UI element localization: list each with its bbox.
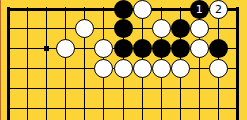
white-stone (190, 39, 209, 58)
white-stone (190, 19, 209, 38)
grid-line-vertical (27, 7, 28, 120)
black-stone (114, 0, 133, 19)
black-stone (114, 39, 133, 58)
white-stone (114, 59, 133, 78)
black-stone (152, 39, 171, 58)
move-number-label: 2 (215, 3, 222, 14)
grid-line-horizontal (8, 108, 238, 109)
white-stone (133, 59, 152, 78)
white-stone (94, 39, 113, 58)
black-stone (171, 19, 190, 38)
white-stone (171, 59, 190, 78)
white-stone (209, 59, 228, 78)
go-board[interactable]: 12 (0, 0, 247, 120)
move-1-black-stone: 1 (190, 0, 209, 19)
white-stone (152, 59, 171, 78)
white-stone (75, 19, 94, 38)
grid-line-vertical (46, 7, 47, 120)
black-stone (133, 39, 152, 58)
white-stone (133, 0, 152, 19)
black-stone (114, 19, 133, 38)
board-edge-line-vertical (236, 7, 239, 120)
white-stone (152, 19, 171, 38)
move-number-label: 1 (196, 3, 203, 14)
white-stone (56, 39, 75, 58)
black-stone (171, 39, 190, 58)
white-stone (94, 59, 113, 78)
board-edge-line-vertical (7, 7, 10, 120)
grid-line-vertical (65, 7, 66, 120)
go-diagram: 12 (0, 0, 247, 120)
move-2-white-stone: 2 (209, 0, 228, 19)
star-point (44, 46, 49, 51)
grid-line-horizontal (8, 88, 238, 89)
black-stone (209, 39, 228, 58)
window-edge-strip (0, 0, 1, 120)
